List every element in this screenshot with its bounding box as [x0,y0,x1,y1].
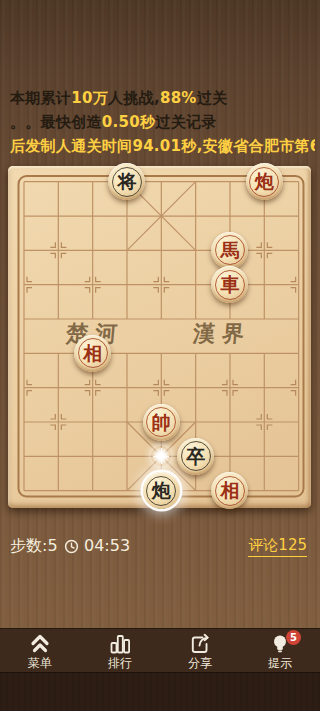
piece-character: 将 [117,172,136,191]
piece-red-cannon[interactable]: 炮 [246,163,283,200]
challenge-stats-line: 本期累计10万人挑战,88%过关 [10,86,315,110]
timer: 04:53 [64,534,130,558]
river-text-right: 漢界 [192,319,253,349]
piece-character: 帥 [152,412,171,431]
piece-red-general[interactable]: 帥 [143,404,180,441]
piece-character: 車 [220,275,239,294]
ranking-icon [108,633,132,655]
app-screen: 本期累计10万人挑战,88%过关 。。最快创造0.50秒过关记录 后发制人通关时… [0,0,320,711]
share-icon [188,633,212,655]
piece-black-soldier[interactable]: 卒 [177,438,214,475]
piece-red-elephant-left[interactable]: 相 [74,335,111,372]
bottom-nav: 菜单 排行 分享 [0,628,320,673]
piece-character: 相 [220,481,239,500]
nav-label-menu: 菜单 [28,656,52,670]
hint-bulb-icon: 5 [268,633,292,655]
puzzle-record-marquee: 后发制人通关时间94.01秒,安徽省合肥市第687 [10,134,315,158]
nav-item-share[interactable]: 分享 [160,629,240,673]
xiangqi-board[interactable]: 楚河 漢界 将炮馬車相帥卒炮相 [8,166,311,508]
bottom-gesture-area [0,672,320,711]
piece-character: 炮 [255,172,274,191]
record-line: 。。最快创造0.50秒过关记录 [10,110,315,134]
challenge-info: 本期累计10万人挑战,88%过关 。。最快创造0.50秒过关记录 后发制人通关时… [10,86,315,158]
move-counter: 步数:5 [10,534,58,558]
menu-up-icon [28,633,52,655]
timer-value: 04:53 [84,534,130,558]
piece-character: 卒 [186,446,205,465]
piece-character: 炮 [152,481,171,500]
nav-item-hint[interactable]: 5 提示 [240,629,320,673]
piece-character: 馬 [220,240,239,259]
comments-link[interactable]: 评论125 [248,534,307,557]
nav-label-ranking: 排行 [108,656,132,670]
nav-item-menu[interactable]: 菜单 [0,629,80,673]
clock-icon [64,539,79,554]
hint-badge: 5 [286,630,301,645]
piece-black-cannon[interactable]: 炮 [143,472,180,509]
nav-item-ranking[interactable]: 排行 [80,629,160,673]
nav-label-hint: 提示 [268,656,292,670]
nav-label-share: 分享 [188,656,212,670]
piece-character: 相 [83,343,102,362]
status-bar: 步数:5 04:53 评论125 [0,534,320,558]
